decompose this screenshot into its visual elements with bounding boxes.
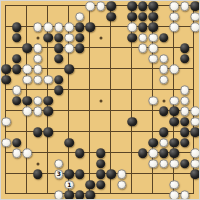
white-stone[interactable] [12, 85, 22, 95]
intersection[interactable] [22, 127, 33, 138]
intersection[interactable] [64, 96, 75, 107]
intersection[interactable] [148, 75, 159, 86]
intersection[interactable] [33, 96, 44, 107]
intersection[interactable] [64, 12, 75, 23]
intersection[interactable] [1, 138, 12, 149]
intersection[interactable] [33, 22, 44, 33]
intersection[interactable] [148, 138, 159, 149]
black-stone[interactable] [75, 148, 85, 158]
intersection[interactable] [138, 190, 149, 200]
intersection[interactable] [190, 138, 200, 149]
intersection[interactable] [148, 106, 159, 117]
black-stone[interactable] [190, 169, 200, 179]
intersection[interactable] [12, 54, 23, 65]
intersection[interactable] [54, 148, 65, 159]
black-stone[interactable] [85, 22, 95, 32]
white-stone[interactable]: 3 [54, 169, 64, 179]
intersection[interactable] [148, 117, 159, 128]
white-stone[interactable] [22, 64, 32, 74]
intersection[interactable] [159, 117, 170, 128]
intersection[interactable] [106, 33, 117, 44]
intersection[interactable] [159, 159, 170, 170]
black-stone[interactable] [12, 33, 22, 43]
intersection[interactable] [138, 127, 149, 138]
white-stone[interactable] [148, 96, 158, 106]
intersection[interactable] [159, 127, 170, 138]
intersection[interactable] [22, 22, 33, 33]
intersection[interactable] [1, 33, 12, 44]
intersection[interactable] [12, 96, 23, 107]
intersection[interactable] [148, 43, 159, 54]
black-stone[interactable] [12, 138, 22, 148]
white-stone[interactable] [64, 43, 74, 53]
intersection[interactable] [75, 54, 86, 65]
black-stone[interactable] [33, 127, 43, 137]
intersection[interactable] [33, 85, 44, 96]
white-stone[interactable] [54, 190, 64, 200]
intersection[interactable] [180, 159, 191, 170]
intersection[interactable] [22, 85, 33, 96]
white-stone[interactable] [138, 33, 148, 43]
intersection[interactable] [127, 12, 138, 23]
white-stone[interactable] [22, 148, 32, 158]
intersection[interactable] [159, 1, 170, 12]
intersection[interactable] [180, 117, 191, 128]
intersection[interactable] [169, 54, 180, 65]
intersection[interactable] [127, 85, 138, 96]
intersection[interactable] [96, 148, 107, 159]
black-stone[interactable] [180, 54, 190, 64]
intersection[interactable] [159, 43, 170, 54]
intersection[interactable] [127, 159, 138, 170]
intersection[interactable] [54, 180, 65, 191]
intersection[interactable] [169, 64, 180, 75]
white-stone[interactable] [33, 75, 43, 85]
intersection[interactable] [96, 159, 107, 170]
black-stone[interactable] [64, 169, 74, 179]
intersection[interactable] [159, 106, 170, 117]
black-stone[interactable] [75, 22, 85, 32]
intersection[interactable] [190, 180, 200, 191]
intersection[interactable] [117, 22, 128, 33]
intersection[interactable] [54, 64, 65, 75]
black-stone[interactable] [148, 1, 158, 11]
intersection[interactable] [43, 96, 54, 107]
white-stone[interactable] [148, 33, 158, 43]
white-stone[interactable] [159, 54, 169, 64]
intersection[interactable] [96, 96, 107, 107]
intersection[interactable] [169, 169, 180, 180]
intersection[interactable] [159, 54, 170, 65]
intersection[interactable] [169, 12, 180, 23]
intersection[interactable] [138, 64, 149, 75]
intersection[interactable] [106, 138, 117, 149]
black-stone[interactable] [85, 190, 95, 200]
intersection[interactable] [180, 148, 191, 159]
intersection[interactable] [117, 43, 128, 54]
white-stone[interactable] [169, 12, 179, 22]
white-stone[interactable] [169, 180, 179, 190]
intersection[interactable] [148, 85, 159, 96]
intersection[interactable] [85, 169, 96, 180]
intersection[interactable] [190, 127, 200, 138]
white-stone[interactable] [169, 64, 179, 74]
white-stone[interactable] [43, 75, 53, 85]
black-stone[interactable] [1, 75, 11, 85]
black-stone[interactable] [1, 64, 11, 74]
intersection[interactable] [190, 190, 200, 200]
black-stone[interactable] [96, 169, 106, 179]
intersection[interactable] [180, 22, 191, 33]
intersection[interactable] [1, 1, 12, 12]
intersection[interactable] [1, 106, 12, 117]
intersection[interactable] [159, 190, 170, 200]
intersection[interactable] [1, 43, 12, 54]
intersection[interactable] [169, 22, 180, 33]
white-stone[interactable] [43, 22, 53, 32]
intersection[interactable] [64, 148, 75, 159]
intersection[interactable] [22, 1, 33, 12]
intersection[interactable] [148, 12, 159, 23]
intersection[interactable] [43, 148, 54, 159]
intersection[interactable] [43, 138, 54, 149]
intersection[interactable] [75, 96, 86, 107]
white-stone[interactable] [117, 169, 127, 179]
white-stone[interactable] [1, 117, 11, 127]
intersection[interactable] [64, 54, 75, 65]
intersection[interactable] [1, 117, 12, 128]
black-stone[interactable] [127, 1, 137, 11]
intersection[interactable] [1, 12, 12, 23]
black-stone[interactable] [54, 75, 64, 85]
intersection[interactable] [54, 127, 65, 138]
intersection[interactable] [75, 138, 86, 149]
intersection[interactable] [159, 12, 170, 23]
black-stone[interactable] [96, 159, 106, 169]
intersection[interactable] [64, 190, 75, 200]
intersection[interactable] [96, 54, 107, 65]
intersection[interactable] [33, 190, 44, 200]
intersection[interactable] [127, 64, 138, 75]
black-stone[interactable] [138, 22, 148, 32]
intersection[interactable] [54, 190, 65, 200]
intersection[interactable] [54, 117, 65, 128]
white-stone[interactable] [169, 22, 179, 32]
white-stone[interactable] [169, 1, 179, 11]
intersection[interactable] [138, 117, 149, 128]
intersection[interactable] [75, 180, 86, 191]
intersection[interactable] [75, 33, 86, 44]
intersection[interactable] [22, 180, 33, 191]
intersection[interactable] [96, 75, 107, 86]
black-stone[interactable] [64, 138, 74, 148]
intersection[interactable] [127, 43, 138, 54]
intersection[interactable] [148, 127, 159, 138]
intersection[interactable] [106, 180, 117, 191]
black-stone[interactable] [180, 159, 190, 169]
intersection[interactable]: 1 [64, 180, 75, 191]
intersection[interactable] [54, 43, 65, 54]
black-stone[interactable] [190, 1, 200, 11]
white-stone[interactable] [117, 180, 127, 190]
black-stone[interactable] [12, 22, 22, 32]
white-stone[interactable] [54, 22, 64, 32]
intersection[interactable] [12, 64, 23, 75]
intersection[interactable] [106, 22, 117, 33]
intersection[interactable] [33, 159, 44, 170]
intersection[interactable] [117, 85, 128, 96]
intersection[interactable] [33, 64, 44, 75]
black-stone[interactable] [43, 127, 53, 137]
intersection[interactable] [127, 169, 138, 180]
white-stone[interactable] [169, 190, 179, 200]
intersection[interactable] [190, 159, 200, 170]
white-stone[interactable] [64, 33, 74, 43]
intersection[interactable] [138, 169, 149, 180]
intersection[interactable] [159, 22, 170, 33]
black-stone[interactable] [33, 169, 43, 179]
intersection[interactable] [117, 1, 128, 12]
white-stone[interactable] [54, 159, 64, 169]
intersection[interactable] [138, 22, 149, 33]
intersection[interactable] [75, 169, 86, 180]
intersection[interactable] [127, 22, 138, 33]
intersection[interactable] [43, 22, 54, 33]
intersection[interactable] [190, 43, 200, 54]
intersection[interactable] [64, 169, 75, 180]
intersection[interactable] [180, 138, 191, 149]
intersection[interactable] [75, 12, 86, 23]
intersection[interactable] [85, 33, 96, 44]
intersection[interactable] [64, 75, 75, 86]
black-stone[interactable] [106, 12, 116, 22]
intersection[interactable] [138, 106, 149, 117]
intersection[interactable] [85, 117, 96, 128]
intersection[interactable] [12, 180, 23, 191]
white-stone[interactable] [75, 12, 85, 22]
intersection[interactable] [138, 85, 149, 96]
intersection[interactable] [22, 106, 33, 117]
intersection[interactable] [148, 148, 159, 159]
black-stone[interactable] [64, 190, 74, 200]
intersection[interactable] [96, 12, 107, 23]
white-stone[interactable] [22, 75, 32, 85]
intersection[interactable] [106, 169, 117, 180]
black-stone[interactable] [169, 117, 179, 127]
intersection[interactable] [12, 169, 23, 180]
intersection[interactable] [138, 138, 149, 149]
intersection[interactable] [138, 96, 149, 107]
intersection[interactable] [117, 75, 128, 86]
intersection[interactable] [64, 85, 75, 96]
intersection[interactable] [33, 33, 44, 44]
intersection[interactable] [180, 12, 191, 23]
white-stone[interactable] [1, 138, 11, 148]
intersection[interactable]: 3 [54, 169, 65, 180]
intersection[interactable] [54, 106, 65, 117]
intersection[interactable] [180, 106, 191, 117]
intersection[interactable] [169, 85, 180, 96]
intersection[interactable] [159, 169, 170, 180]
white-stone[interactable] [33, 22, 43, 32]
intersection[interactable] [33, 180, 44, 191]
intersection[interactable] [33, 75, 44, 86]
black-stone[interactable] [148, 22, 158, 32]
intersection[interactable] [22, 138, 33, 149]
intersection[interactable] [138, 180, 149, 191]
intersection[interactable] [85, 43, 96, 54]
black-stone[interactable] [180, 117, 190, 127]
black-stone[interactable] [96, 148, 106, 158]
intersection[interactable] [180, 85, 191, 96]
intersection[interactable] [85, 54, 96, 65]
intersection[interactable] [127, 127, 138, 138]
intersection[interactable] [54, 75, 65, 86]
black-stone[interactable] [127, 12, 137, 22]
intersection[interactable] [169, 75, 180, 86]
black-stone[interactable] [148, 12, 158, 22]
intersection[interactable] [106, 85, 117, 96]
intersection[interactable] [43, 43, 54, 54]
intersection[interactable] [12, 75, 23, 86]
intersection[interactable] [1, 148, 12, 159]
white-stone[interactable] [169, 159, 179, 169]
intersection[interactable] [43, 12, 54, 23]
intersection[interactable] [148, 1, 159, 12]
intersection[interactable] [159, 148, 170, 159]
intersection[interactable] [96, 85, 107, 96]
intersection[interactable] [12, 138, 23, 149]
intersection[interactable] [75, 43, 86, 54]
black-stone[interactable] [75, 169, 85, 179]
intersection[interactable] [33, 127, 44, 138]
intersection[interactable] [22, 75, 33, 86]
intersection[interactable] [43, 54, 54, 65]
black-stone[interactable] [169, 148, 179, 158]
intersection[interactable] [159, 64, 170, 75]
intersection[interactable] [180, 43, 191, 54]
intersection[interactable] [1, 127, 12, 138]
white-stone[interactable] [148, 54, 158, 64]
intersection[interactable] [127, 54, 138, 65]
intersection[interactable] [54, 159, 65, 170]
intersection[interactable] [96, 33, 107, 44]
intersection[interactable] [43, 190, 54, 200]
white-stone[interactable] [33, 106, 43, 116]
intersection[interactable] [12, 43, 23, 54]
intersection[interactable] [127, 138, 138, 149]
intersection[interactable] [138, 54, 149, 65]
intersection[interactable] [169, 33, 180, 44]
intersection[interactable] [43, 75, 54, 86]
intersection[interactable] [190, 22, 200, 33]
intersection[interactable] [12, 117, 23, 128]
intersection[interactable] [148, 54, 159, 65]
white-stone[interactable] [138, 43, 148, 53]
black-stone[interactable] [138, 1, 148, 11]
intersection[interactable] [106, 159, 117, 170]
intersection[interactable] [169, 138, 180, 149]
intersection[interactable] [96, 1, 107, 12]
black-stone[interactable] [43, 96, 53, 106]
intersection[interactable] [106, 127, 117, 138]
black-stone[interactable] [127, 117, 137, 127]
intersection[interactable] [117, 169, 128, 180]
intersection[interactable] [54, 85, 65, 96]
intersection[interactable] [12, 12, 23, 23]
intersection[interactable] [96, 190, 107, 200]
intersection[interactable] [127, 190, 138, 200]
intersection[interactable] [33, 117, 44, 128]
intersection[interactable] [148, 180, 159, 191]
white-stone[interactable] [159, 159, 169, 169]
intersection[interactable] [138, 148, 149, 159]
intersection[interactable] [117, 148, 128, 159]
intersection[interactable] [1, 75, 12, 86]
intersection[interactable] [96, 64, 107, 75]
intersection[interactable] [64, 106, 75, 117]
intersection[interactable] [96, 106, 107, 117]
black-stone[interactable] [169, 138, 179, 148]
intersection[interactable] [22, 169, 33, 180]
intersection[interactable] [127, 75, 138, 86]
intersection[interactable] [106, 148, 117, 159]
intersection[interactable] [96, 22, 107, 33]
intersection[interactable] [75, 159, 86, 170]
intersection[interactable] [127, 148, 138, 159]
black-stone[interactable] [22, 43, 32, 53]
white-stone[interactable] [148, 159, 158, 169]
intersection[interactable] [106, 106, 117, 117]
intersection[interactable] [1, 85, 12, 96]
intersection[interactable] [43, 169, 54, 180]
intersection[interactable] [96, 117, 107, 128]
intersection[interactable] [12, 190, 23, 200]
intersection[interactable] [43, 159, 54, 170]
intersection[interactable] [43, 1, 54, 12]
black-stone[interactable] [12, 96, 22, 106]
intersection[interactable] [64, 22, 75, 33]
intersection[interactable] [22, 159, 33, 170]
intersection[interactable] [85, 190, 96, 200]
intersection[interactable] [106, 96, 117, 107]
intersection[interactable] [22, 33, 33, 44]
intersection[interactable] [159, 33, 170, 44]
intersection[interactable] [169, 117, 180, 128]
intersection[interactable] [180, 190, 191, 200]
white-stone[interactable] [96, 1, 106, 11]
intersection[interactable] [180, 64, 191, 75]
intersection[interactable] [75, 127, 86, 138]
white-stone[interactable] [190, 106, 200, 116]
intersection[interactable] [12, 106, 23, 117]
intersection[interactable] [22, 12, 33, 23]
black-stone[interactable] [96, 180, 106, 190]
intersection[interactable] [190, 33, 200, 44]
intersection[interactable] [85, 159, 96, 170]
intersection[interactable] [117, 64, 128, 75]
intersection[interactable] [75, 22, 86, 33]
intersection[interactable] [43, 180, 54, 191]
intersection[interactable] [43, 64, 54, 75]
intersection[interactable] [117, 127, 128, 138]
intersection[interactable] [106, 54, 117, 65]
white-stone[interactable] [180, 96, 190, 106]
intersection[interactable] [138, 43, 149, 54]
intersection[interactable] [43, 117, 54, 128]
intersection[interactable] [127, 96, 138, 107]
intersection[interactable] [1, 190, 12, 200]
